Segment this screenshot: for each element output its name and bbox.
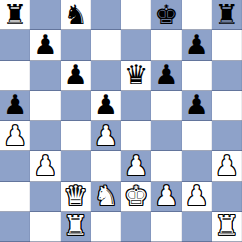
square-c6[interactable]: ♟ <box>61 61 91 91</box>
square-d5[interactable]: ♟ <box>91 91 121 121</box>
white-pawn[interactable]: ♟ <box>215 152 239 179</box>
square-e2[interactable]: ♚ <box>121 182 151 212</box>
square-b5[interactable] <box>30 91 60 121</box>
square-d2[interactable]: ♞ <box>91 182 121 212</box>
square-h7[interactable] <box>212 30 242 60</box>
square-a2[interactable] <box>0 182 30 212</box>
black-queen[interactable]: ♛ <box>124 61 148 88</box>
black-pawn[interactable]: ♟ <box>3 91 27 118</box>
square-a1[interactable] <box>0 212 30 242</box>
white-knight[interactable]: ♞ <box>94 182 118 209</box>
square-a5[interactable]: ♟ <box>0 91 30 121</box>
square-e7[interactable] <box>121 30 151 60</box>
square-e1[interactable] <box>121 212 151 242</box>
black-knight[interactable]: ♞ <box>64 1 88 28</box>
black-pawn[interactable]: ♟ <box>185 31 209 58</box>
square-c2[interactable]: ♛ <box>61 182 91 212</box>
square-c4[interactable] <box>61 121 91 151</box>
square-a3[interactable] <box>0 151 30 181</box>
square-e3[interactable]: ♟ <box>121 151 151 181</box>
square-e6[interactable]: ♛ <box>121 61 151 91</box>
chess-board: ♜♞♚♜♟♟♟♛♟♟♟♟♟♟♟♟♟♛♞♚♟♟♜♜ <box>0 0 242 242</box>
square-d3[interactable] <box>91 151 121 181</box>
black-pawn[interactable]: ♟ <box>94 91 118 118</box>
black-pawn[interactable]: ♟ <box>64 61 88 88</box>
square-d4[interactable]: ♟ <box>91 121 121 151</box>
square-h8[interactable]: ♜ <box>212 0 242 30</box>
black-pawn[interactable]: ♟ <box>33 31 57 58</box>
square-f6[interactable]: ♟ <box>151 61 181 91</box>
square-h3[interactable]: ♟ <box>212 151 242 181</box>
square-e8[interactable] <box>121 0 151 30</box>
white-rook[interactable]: ♜ <box>64 212 88 239</box>
white-pawn[interactable]: ♟ <box>94 122 118 149</box>
square-a4[interactable]: ♟ <box>0 121 30 151</box>
square-h4[interactable] <box>212 121 242 151</box>
square-g5[interactable]: ♟ <box>182 91 212 121</box>
square-b8[interactable] <box>30 0 60 30</box>
square-b7[interactable]: ♟ <box>30 30 60 60</box>
white-pawn[interactable]: ♟ <box>33 152 57 179</box>
square-h1[interactable]: ♜ <box>212 212 242 242</box>
square-d7[interactable] <box>91 30 121 60</box>
square-a6[interactable] <box>0 61 30 91</box>
square-e4[interactable] <box>121 121 151 151</box>
square-h2[interactable] <box>212 182 242 212</box>
square-c8[interactable]: ♞ <box>61 0 91 30</box>
square-c1[interactable]: ♜ <box>61 212 91 242</box>
square-f2[interactable]: ♟ <box>151 182 181 212</box>
square-c7[interactable] <box>61 30 91 60</box>
square-d8[interactable] <box>91 0 121 30</box>
black-king[interactable]: ♚ <box>154 1 178 28</box>
square-h5[interactable] <box>212 91 242 121</box>
square-c5[interactable] <box>61 91 91 121</box>
square-a7[interactable] <box>0 30 30 60</box>
square-g2[interactable]: ♟ <box>182 182 212 212</box>
black-rook[interactable]: ♜ <box>215 1 239 28</box>
square-g3[interactable] <box>182 151 212 181</box>
square-g7[interactable]: ♟ <box>182 30 212 60</box>
square-g8[interactable] <box>182 0 212 30</box>
square-f1[interactable] <box>151 212 181 242</box>
square-a8[interactable]: ♜ <box>0 0 30 30</box>
square-c3[interactable] <box>61 151 91 181</box>
black-pawn[interactable]: ♟ <box>185 91 209 118</box>
square-f5[interactable] <box>151 91 181 121</box>
square-b2[interactable] <box>30 182 60 212</box>
white-king[interactable]: ♚ <box>124 182 148 209</box>
square-f3[interactable] <box>151 151 181 181</box>
square-f4[interactable] <box>151 121 181 151</box>
square-b3[interactable]: ♟ <box>30 151 60 181</box>
square-f8[interactable]: ♚ <box>151 0 181 30</box>
white-queen[interactable]: ♛ <box>64 182 88 209</box>
square-g1[interactable] <box>182 212 212 242</box>
square-b4[interactable] <box>30 121 60 151</box>
white-pawn[interactable]: ♟ <box>124 152 148 179</box>
square-b1[interactable] <box>30 212 60 242</box>
square-b6[interactable] <box>30 61 60 91</box>
white-pawn[interactable]: ♟ <box>185 182 209 209</box>
square-f7[interactable] <box>151 30 181 60</box>
square-d6[interactable] <box>91 61 121 91</box>
white-rook[interactable]: ♜ <box>215 212 239 239</box>
square-g6[interactable] <box>182 61 212 91</box>
black-rook[interactable]: ♜ <box>3 1 27 28</box>
square-g4[interactable] <box>182 121 212 151</box>
square-h6[interactable] <box>212 61 242 91</box>
black-pawn[interactable]: ♟ <box>154 61 178 88</box>
square-e5[interactable] <box>121 91 151 121</box>
square-d1[interactable] <box>91 212 121 242</box>
white-pawn[interactable]: ♟ <box>3 122 27 149</box>
white-pawn[interactable]: ♟ <box>154 182 178 209</box>
